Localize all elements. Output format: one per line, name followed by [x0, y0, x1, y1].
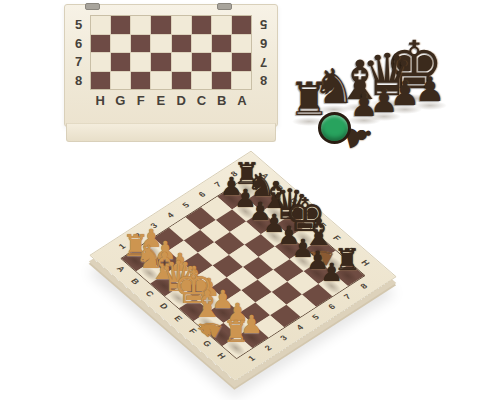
- box-square: [232, 72, 251, 90]
- box-lid: 5678 5678 HGFEDCBA: [64, 4, 278, 127]
- box-square: [151, 35, 170, 53]
- board-grid: ♜♞♝♛♚♝♞♜♟♟♟♟♟♟♟♟♟♟♟♟♟♟♟♟♜♞♝♛♚♝♞♜: [120, 175, 365, 359]
- box-file-label: C: [191, 90, 211, 111]
- box-square: [91, 72, 110, 90]
- box-square: [131, 53, 150, 71]
- box-square: [192, 35, 211, 53]
- box-square: [111, 16, 130, 34]
- box-square: [212, 16, 231, 34]
- box-square: [91, 35, 110, 53]
- box-square: [172, 53, 191, 71]
- box-front-panel: [66, 123, 276, 142]
- chess-box: 5678 5678 HGFEDCBA: [64, 4, 278, 142]
- box-square: [111, 35, 130, 53]
- box-file-labels: HGFEDCBA: [90, 90, 252, 111]
- box-square: [172, 72, 191, 90]
- black-pawn: ♟: [312, 261, 352, 286]
- box-square: [212, 72, 231, 90]
- box-file-label: F: [131, 90, 151, 111]
- box-square: [91, 53, 110, 71]
- box-rank-labels-right: 5678: [254, 15, 273, 90]
- box-rank-label: 8: [254, 71, 273, 90]
- box-file-label: G: [110, 90, 130, 111]
- box-rank-label: 7: [254, 53, 273, 72]
- box-rank-label: 8: [69, 71, 88, 90]
- box-file-label: D: [171, 90, 191, 111]
- box-rank-label: 7: [69, 53, 88, 72]
- loose-pieces-group: ♟ ♜♞♝♛♚♟♟♟♟: [288, 8, 478, 143]
- box-square: [111, 72, 130, 90]
- tipped-pawn: ♟: [318, 106, 380, 142]
- box-square: [192, 16, 211, 34]
- box-square: [131, 16, 150, 34]
- box-square: [131, 72, 150, 90]
- box-hinge-icon: [85, 3, 100, 10]
- box-file-label: A: [232, 90, 252, 111]
- box-board-grid: [90, 15, 252, 90]
- box-file-label: E: [151, 90, 171, 111]
- box-square: [111, 53, 130, 71]
- box-file-label: H: [90, 90, 110, 111]
- box-square: [192, 53, 211, 71]
- box-square: [151, 72, 170, 90]
- box-square: [172, 16, 191, 34]
- box-square: [131, 35, 150, 53]
- box-square: [212, 35, 231, 53]
- white-rook: ♜: [216, 318, 256, 348]
- box-square: [212, 53, 231, 71]
- box-rank-label: 5: [254, 15, 273, 34]
- box-file-label: B: [212, 90, 232, 111]
- box-hinge-icon: [217, 3, 232, 10]
- box-square: [232, 35, 251, 53]
- box-square: [91, 16, 110, 34]
- box-square: [151, 53, 170, 71]
- box-square: [172, 35, 191, 53]
- box-rank-label: 6: [69, 34, 88, 53]
- box-rank-label: 6: [254, 34, 273, 53]
- tipped-pawn-felt: [318, 112, 351, 144]
- box-square: [192, 72, 211, 90]
- box-square: [232, 53, 251, 71]
- box-rank-label: 5: [69, 15, 88, 34]
- chess-board: ABCDEFGH 87654321 87654321 ABCDEFGH ♜♞♝♛…: [89, 151, 397, 382]
- box-square: [232, 16, 251, 34]
- box-square: [151, 16, 170, 34]
- box-rank-labels-left: 5678: [69, 15, 88, 90]
